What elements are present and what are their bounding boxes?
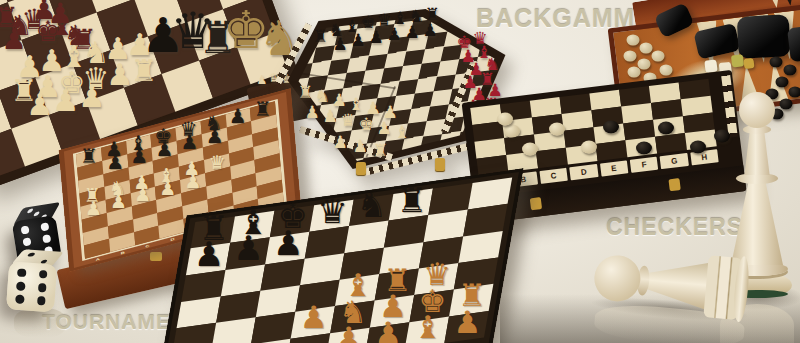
black-chess-piece[interactable]: ♟: [194, 237, 224, 271]
gold-clasp: [668, 178, 680, 191]
black-chess-piece[interactable]: ♟: [131, 146, 149, 166]
black-chess-piece[interactable]: ♜: [80, 146, 98, 166]
die-pip: [16, 282, 25, 291]
board-square[interactable]: [685, 129, 717, 150]
tan-chess-piece[interactable]: ♟: [374, 318, 402, 343]
black-chess-piece[interactable]: ♟: [156, 139, 174, 159]
file-label: F: [630, 157, 659, 173]
fallen-white-pawn[interactable]: [589, 243, 751, 326]
tan-chess-piece[interactable]: ♟: [453, 307, 481, 338]
backgammon-die[interactable]: [743, 58, 754, 69]
file-label: E: [599, 160, 628, 176]
king-body: [731, 181, 783, 265]
black-chess-piece[interactable]: ♟: [229, 106, 247, 126]
king-head: [739, 92, 775, 128]
board-square[interactable]: [625, 137, 657, 158]
black-chess-piece[interactable]: ♜: [396, 182, 426, 216]
file-label: G: [660, 153, 689, 169]
die-pip: [17, 268, 26, 277]
white-chess-piece[interactable]: ♟: [110, 192, 127, 211]
die-pip: [40, 222, 49, 231]
king-neck: [742, 131, 772, 175]
die-pip: [42, 234, 51, 243]
backgammon-die[interactable]: [731, 54, 744, 67]
die-pip: [26, 208, 34, 213]
black-chess-piece[interactable]: ♞: [357, 188, 387, 222]
die-pip: [37, 296, 46, 305]
tan-chess-piece[interactable]: ♟: [300, 302, 328, 333]
black-chess-piece[interactable]: ♟: [233, 231, 263, 265]
board-square[interactable]: [655, 133, 687, 154]
scene: BACKGAMMON CHECKERS TOURNAMENT CHESS ♜♞♛…: [0, 0, 800, 343]
black-chess-piece[interactable]: ♟: [205, 126, 223, 146]
die-pip: [16, 295, 25, 304]
die-pip: [38, 283, 47, 292]
die-pip: [38, 270, 47, 279]
black-chess-piece[interactable]: ♟: [180, 133, 198, 153]
dice-cup[interactable]: [737, 14, 791, 59]
board-square[interactable]: [596, 140, 628, 161]
black-chess-piece[interactable]: ♜: [254, 100, 272, 120]
large-board-pieces-layer: ♜♝♚♛♞♜♟♟♟♝♜♛♟♞♟♚♜♟♟♝♟: [167, 177, 512, 343]
white-die[interactable]: [6, 248, 62, 313]
tan-chess-piece[interactable]: ♝: [414, 312, 442, 343]
white-chess-piece[interactable]: ♟: [135, 186, 152, 205]
tan-chess-piece[interactable]: ♟: [335, 324, 363, 343]
black-chess-piece[interactable]: ♛: [317, 194, 347, 228]
white-die-front-face: [6, 261, 57, 312]
black-chess-piece[interactable]: ♟: [273, 226, 303, 260]
board-square[interactable]: [566, 144, 598, 165]
die-pip: [23, 237, 32, 246]
die-pip: [27, 252, 36, 256]
die-pip: [33, 211, 41, 216]
black-chess-piece[interactable]: ♟: [106, 153, 124, 173]
die-pip: [21, 225, 30, 234]
white-chess-piece[interactable]: ♟: [85, 199, 102, 218]
